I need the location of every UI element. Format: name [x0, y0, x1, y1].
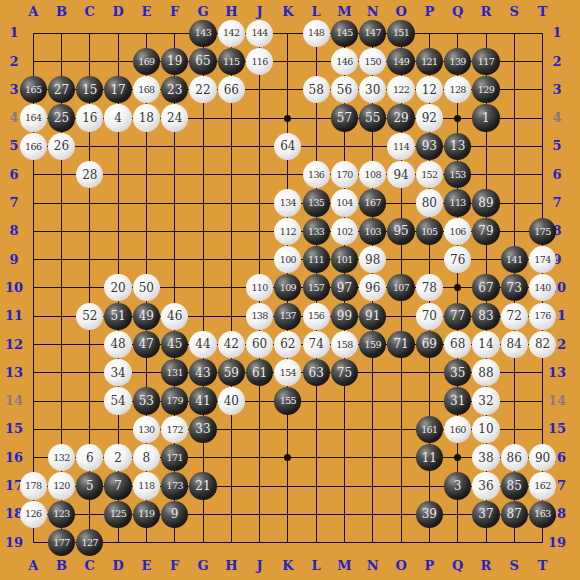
move-number: 174: [534, 255, 550, 265]
stone-black-E14: 53: [133, 387, 160, 414]
stone-white-R17: 36: [472, 472, 499, 499]
stone-white-M3: 56: [331, 76, 358, 103]
stone-white-P11: 70: [416, 303, 443, 330]
move-number: 13: [450, 140, 465, 152]
move-number: 170: [336, 170, 352, 180]
move-number: 136: [308, 170, 324, 180]
move-number: 11: [422, 452, 437, 464]
stone-white-H12: 42: [218, 331, 245, 358]
move-number: 166: [25, 142, 41, 152]
stone-black-K14: 155: [274, 387, 301, 414]
move-number: 29: [393, 112, 408, 124]
stone-black-G13: 43: [189, 359, 216, 386]
stone-white-L1: 148: [303, 20, 330, 47]
col-label: D: [106, 558, 130, 574]
stone-white-D12: 48: [104, 331, 131, 358]
stone-white-D13: 34: [104, 359, 131, 386]
stone-white-K9: 100: [274, 246, 301, 273]
stone-white-T12: 82: [529, 331, 556, 358]
stone-white-Q12: 68: [444, 331, 471, 358]
col-label: N: [361, 4, 385, 20]
move-number: 168: [138, 85, 154, 95]
move-number: 99: [337, 310, 352, 322]
stone-white-R12: 14: [472, 331, 499, 358]
move-number: 53: [139, 395, 154, 407]
stone-white-P10: 78: [416, 274, 443, 301]
move-number: 129: [478, 85, 494, 95]
move-number: 41: [195, 395, 210, 407]
move-number: 18: [139, 112, 154, 124]
stone-white-G3: 22: [189, 76, 216, 103]
stone-white-J1: 144: [246, 20, 273, 47]
move-number: 31: [450, 395, 465, 407]
stone-black-Q14: 31: [444, 387, 471, 414]
stone-black-M1: 145: [331, 20, 358, 47]
stone-white-O6: 94: [387, 161, 414, 188]
move-number: 91: [365, 310, 380, 322]
move-number: 114: [393, 142, 409, 152]
stone-white-T9: 174: [529, 246, 556, 273]
move-number: 66: [224, 84, 239, 96]
col-label: D: [106, 4, 130, 20]
move-number: 100: [280, 255, 296, 265]
move-number: 72: [507, 310, 522, 322]
stone-black-N7: 167: [359, 189, 386, 216]
col-label: B: [50, 558, 74, 574]
stone-black-C17: 5: [76, 472, 103, 499]
move-number: 151: [393, 28, 409, 38]
stone-white-T10: 140: [529, 274, 556, 301]
move-number: 135: [308, 198, 324, 208]
move-number: 137: [280, 311, 296, 321]
stone-black-R4: 1: [472, 104, 499, 131]
col-label: M: [333, 4, 357, 20]
move-number: 177: [53, 538, 69, 548]
move-number: 32: [478, 395, 493, 407]
move-number: 85: [507, 480, 522, 492]
stone-black-G2: 65: [189, 48, 216, 75]
move-number: 12: [422, 84, 437, 96]
move-number: 80: [422, 197, 437, 209]
move-number: 45: [167, 338, 182, 350]
stone-black-Q11: 77: [444, 303, 471, 330]
stone-white-T16: 90: [529, 444, 556, 471]
move-number: 141: [506, 255, 522, 265]
move-number: 109: [280, 283, 296, 293]
move-number: 102: [336, 227, 352, 237]
col-label: K: [276, 4, 300, 20]
stone-black-G14: 41: [189, 387, 216, 414]
stone-white-L3: 58: [303, 76, 330, 103]
stone-black-F16: 171: [161, 444, 188, 471]
move-number: 139: [449, 57, 465, 67]
stone-white-D4: 4: [104, 104, 131, 131]
move-number: 138: [251, 311, 267, 321]
stone-black-B19: 177: [48, 529, 75, 556]
move-number: 162: [534, 481, 550, 491]
board-grid: 1234567891011121314151617181920212223242…: [19, 19, 557, 557]
move-number: 37: [478, 508, 493, 520]
stone-white-N9: 98: [359, 246, 386, 273]
stone-black-L13: 63: [303, 359, 330, 386]
stone-white-Q9: 76: [444, 246, 471, 273]
stone-white-S16: 86: [501, 444, 528, 471]
move-number: 128: [449, 85, 465, 95]
move-number: 65: [195, 55, 210, 67]
move-number: 74: [309, 338, 324, 350]
stone-white-E15: 130: [133, 416, 160, 443]
stone-white-M7: 104: [331, 189, 358, 216]
move-number: 47: [139, 338, 154, 350]
stone-black-H2: 115: [218, 48, 245, 75]
stone-black-Q17: 3: [444, 472, 471, 499]
stone-white-F4: 24: [161, 104, 188, 131]
stone-white-B5: 26: [48, 133, 75, 160]
col-label: M: [333, 558, 357, 574]
stone-white-C16: 6: [76, 444, 103, 471]
col-label: Q: [446, 4, 470, 20]
stone-white-F15: 172: [161, 416, 188, 443]
move-number: 69: [422, 338, 437, 350]
stone-black-E18: 119: [133, 501, 160, 528]
move-number: 165: [25, 85, 41, 95]
move-number: 4: [114, 112, 122, 124]
col-label: S: [502, 4, 526, 20]
col-label: E: [134, 558, 158, 574]
stone-black-K11: 137: [274, 303, 301, 330]
move-number: 90: [535, 452, 550, 464]
move-number: 42: [224, 338, 239, 350]
stone-black-M11: 99: [331, 303, 358, 330]
stone-black-E11: 49: [133, 303, 160, 330]
stone-black-F13: 131: [161, 359, 188, 386]
stone-black-F3: 23: [161, 76, 188, 103]
stone-white-E16: 8: [133, 444, 160, 471]
move-number: 134: [280, 198, 296, 208]
stone-white-P4: 92: [416, 104, 443, 131]
stone-black-N4: 55: [359, 104, 386, 131]
move-number: 3: [454, 480, 462, 492]
stone-white-D10: 20: [104, 274, 131, 301]
stone-white-M6: 170: [331, 161, 358, 188]
move-number: 78: [422, 282, 437, 294]
move-number: 14: [478, 338, 493, 350]
stone-black-B4: 25: [48, 104, 75, 131]
move-number: 5: [86, 480, 94, 492]
col-label: H: [219, 558, 243, 574]
move-number: 154: [280, 368, 296, 378]
move-number: 49: [139, 310, 154, 322]
col-label: B: [50, 4, 74, 20]
stone-white-A17: 178: [20, 472, 47, 499]
move-number: 33: [195, 423, 210, 435]
stone-white-N10: 96: [359, 274, 386, 301]
stone-white-R16: 38: [472, 444, 499, 471]
move-number: 115: [223, 57, 239, 67]
stone-white-B16: 132: [48, 444, 75, 471]
stone-black-A3: 165: [20, 76, 47, 103]
move-number: 147: [365, 28, 381, 38]
move-number: 119: [138, 509, 154, 519]
stone-black-S17: 85: [501, 472, 528, 499]
stone-black-Q6: 153: [444, 161, 471, 188]
move-number: 87: [507, 508, 522, 520]
move-number: 58: [309, 84, 324, 96]
stone-white-J2: 116: [246, 48, 273, 75]
move-number: 101: [336, 255, 352, 265]
stone-white-K12: 62: [274, 331, 301, 358]
col-label: A: [21, 4, 45, 20]
stone-black-P8: 105: [416, 218, 443, 245]
col-label: P: [417, 4, 441, 20]
col-label: R: [474, 558, 498, 574]
stone-white-S12: 84: [501, 331, 528, 358]
move-number: 120: [53, 481, 69, 491]
stone-black-O12: 71: [387, 331, 414, 358]
stone-black-H13: 59: [218, 359, 245, 386]
stone-black-F17: 173: [161, 472, 188, 499]
move-number: 63: [309, 367, 324, 379]
stone-black-M10: 97: [331, 274, 358, 301]
move-number: 148: [308, 28, 324, 38]
col-label: G: [191, 4, 215, 20]
stone-white-R15: 10: [472, 416, 499, 443]
move-number: 149: [393, 57, 409, 67]
move-number: 140: [534, 283, 550, 293]
col-label: N: [361, 558, 385, 574]
move-number: 169: [138, 57, 154, 67]
move-number: 67: [478, 282, 493, 294]
stone-white-S11: 72: [501, 303, 528, 330]
stone-black-D11: 51: [104, 303, 131, 330]
move-number: 8: [143, 452, 151, 464]
move-number: 25: [54, 112, 69, 124]
stone-black-L7: 135: [303, 189, 330, 216]
stone-white-E3: 168: [133, 76, 160, 103]
stone-black-R7: 89: [472, 189, 499, 216]
stone-white-D14: 54: [104, 387, 131, 414]
move-number: 156: [308, 311, 324, 321]
stone-black-L8: 133: [303, 218, 330, 245]
stone-white-T11: 176: [529, 303, 556, 330]
move-number: 9: [171, 508, 179, 520]
stone-black-P16: 11: [416, 444, 443, 471]
col-label: A: [21, 558, 45, 574]
stone-black-R18: 37: [472, 501, 499, 528]
move-number: 108: [365, 170, 381, 180]
stone-black-B3: 27: [48, 76, 75, 103]
move-number: 125: [110, 509, 126, 519]
move-number: 112: [280, 227, 296, 237]
col-label: J: [248, 558, 272, 574]
stone-white-G12: 44: [189, 331, 216, 358]
col-label: L: [304, 558, 328, 574]
move-number: 118: [138, 481, 154, 491]
move-number: 52: [82, 310, 97, 322]
move-number: 70: [422, 310, 437, 322]
stone-white-N2: 150: [359, 48, 386, 75]
move-number: 21: [195, 480, 210, 492]
move-number: 163: [534, 509, 550, 519]
move-number: 48: [110, 338, 125, 350]
stone-black-N11: 91: [359, 303, 386, 330]
stone-black-N8: 103: [359, 218, 386, 245]
stone-black-M9: 101: [331, 246, 358, 273]
stone-black-F2: 19: [161, 48, 188, 75]
stone-white-K13: 154: [274, 359, 301, 386]
move-number: 89: [478, 197, 493, 209]
stone-white-A4: 164: [20, 104, 47, 131]
stone-black-F14: 179: [161, 387, 188, 414]
move-number: 173: [167, 481, 183, 491]
move-number: 103: [365, 227, 381, 237]
move-number: 46: [167, 310, 182, 322]
move-number: 40: [224, 395, 239, 407]
stone-black-O10: 107: [387, 274, 414, 301]
col-label: P: [417, 558, 441, 574]
move-number: 160: [449, 425, 465, 435]
move-number: 122: [393, 85, 409, 95]
stone-white-Q15: 160: [444, 416, 471, 443]
stone-black-R3: 129: [472, 76, 499, 103]
stone-black-S9: 141: [501, 246, 528, 273]
move-number: 57: [337, 112, 352, 124]
stone-white-L12: 74: [303, 331, 330, 358]
move-number: 144: [251, 28, 267, 38]
stone-white-K7: 134: [274, 189, 301, 216]
stone-black-R11: 83: [472, 303, 499, 330]
move-number: 44: [195, 338, 210, 350]
move-number: 171: [167, 453, 183, 463]
stone-black-G1: 143: [189, 20, 216, 47]
move-number: 130: [138, 425, 154, 435]
move-number: 179: [167, 396, 183, 406]
stone-black-K10: 109: [274, 274, 301, 301]
col-label: T: [531, 558, 555, 574]
move-number: 161: [421, 425, 437, 435]
move-number: 178: [25, 481, 41, 491]
move-number: 153: [449, 170, 465, 180]
move-number: 84: [507, 338, 522, 350]
stone-white-E17: 118: [133, 472, 160, 499]
move-number: 142: [223, 28, 239, 38]
stone-black-N12: 159: [359, 331, 386, 358]
stone-black-L9: 111: [303, 246, 330, 273]
stone-black-F18: 9: [161, 501, 188, 528]
move-number: 133: [308, 227, 324, 237]
move-number: 105: [421, 227, 437, 237]
move-number: 110: [251, 283, 267, 293]
move-number: 146: [336, 57, 352, 67]
move-number: 28: [82, 169, 97, 181]
col-label: L: [304, 4, 328, 20]
stone-white-P7: 80: [416, 189, 443, 216]
stone-black-O2: 149: [387, 48, 414, 75]
move-number: 22: [195, 84, 210, 96]
move-number: 145: [336, 28, 352, 38]
move-number: 64: [280, 140, 295, 152]
stone-white-R14: 32: [472, 387, 499, 414]
stone-white-A18: 126: [20, 501, 47, 528]
stone-white-Q3: 128: [444, 76, 471, 103]
stone-white-O5: 114: [387, 133, 414, 160]
stone-white-B17: 120: [48, 472, 75, 499]
move-number: 36: [478, 480, 493, 492]
stone-black-J13: 61: [246, 359, 273, 386]
move-number: 98: [365, 254, 380, 266]
stone-black-B18: 123: [48, 501, 75, 528]
stone-black-D17: 7: [104, 472, 131, 499]
stone-white-P3: 12: [416, 76, 443, 103]
stone-white-P6: 152: [416, 161, 443, 188]
move-number: 55: [365, 112, 380, 124]
stone-black-P5: 93: [416, 133, 443, 160]
move-number: 150: [365, 57, 381, 67]
stone-white-J11: 138: [246, 303, 273, 330]
stone-black-P2: 121: [416, 48, 443, 75]
move-number: 20: [110, 282, 125, 294]
stone-black-T8: 175: [529, 218, 556, 245]
move-number: 82: [535, 338, 550, 350]
stone-white-A5: 166: [20, 133, 47, 160]
stone-white-C6: 28: [76, 161, 103, 188]
stone-white-C11: 52: [76, 303, 103, 330]
move-number: 175: [534, 227, 550, 237]
stone-white-D16: 2: [104, 444, 131, 471]
move-number: 39: [422, 508, 437, 520]
move-number: 155: [280, 396, 296, 406]
move-number: 172: [167, 425, 183, 435]
col-label: T: [531, 4, 555, 20]
move-number: 106: [449, 227, 465, 237]
move-number: 26: [54, 140, 69, 152]
move-number: 73: [507, 282, 522, 294]
stone-black-P15: 161: [416, 416, 443, 443]
stone-white-E10: 50: [133, 274, 160, 301]
stone-black-P18: 39: [416, 501, 443, 528]
move-number: 16: [82, 112, 97, 124]
move-number: 24: [167, 112, 182, 124]
col-label: O: [389, 4, 413, 20]
stone-black-E2: 169: [133, 48, 160, 75]
move-number: 56: [337, 84, 352, 96]
move-number: 35: [450, 367, 465, 379]
move-number: 6: [86, 452, 94, 464]
stone-black-O4: 29: [387, 104, 414, 131]
move-number: 93: [422, 140, 437, 152]
move-number: 126: [25, 509, 41, 519]
stone-white-H3: 66: [218, 76, 245, 103]
move-number: 83: [478, 310, 493, 322]
stone-black-R10: 67: [472, 274, 499, 301]
stone-black-M13: 75: [331, 359, 358, 386]
move-number: 15: [82, 84, 97, 96]
move-number: 10: [478, 423, 493, 435]
stone-white-L11: 156: [303, 303, 330, 330]
stone-black-D18: 125: [104, 501, 131, 528]
move-number: 59: [224, 367, 239, 379]
move-number: 113: [449, 198, 465, 208]
move-number: 77: [450, 310, 465, 322]
move-number: 23: [167, 84, 182, 96]
move-number: 123: [53, 509, 69, 519]
stone-black-O1: 151: [387, 20, 414, 47]
move-number: 92: [422, 112, 437, 124]
stone-white-N6: 108: [359, 161, 386, 188]
stone-black-P12: 69: [416, 331, 443, 358]
move-number: 167: [365, 198, 381, 208]
stone-black-D3: 17: [104, 76, 131, 103]
